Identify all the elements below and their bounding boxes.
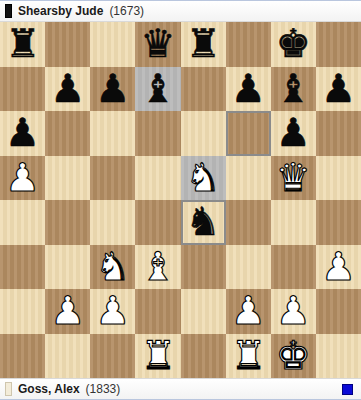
square-a5[interactable]: ♟ [0, 156, 45, 201]
piece-black-bishop[interactable]: ♝ [276, 67, 311, 111]
square-h3[interactable]: ♟ [316, 245, 361, 290]
piece-black-rook[interactable]: ♜ [186, 22, 221, 66]
square-g8[interactable]: ♚ [271, 22, 316, 67]
square-f3[interactable] [226, 245, 271, 290]
piece-white-bishop[interactable]: ♝ [140, 245, 175, 289]
square-a7[interactable] [0, 67, 45, 112]
square-e4[interactable]: ♞ [181, 200, 226, 245]
piece-white-queen[interactable]: ♛ [276, 156, 311, 200]
piece-black-rook[interactable]: ♜ [5, 22, 40, 66]
square-d8[interactable]: ♛ [135, 22, 180, 67]
square-c4[interactable] [90, 200, 135, 245]
piece-white-pawn[interactable]: ♟ [5, 156, 40, 200]
square-f6[interactable] [226, 111, 271, 156]
square-e1[interactable] [181, 334, 226, 379]
square-g3[interactable] [271, 245, 316, 290]
square-h7[interactable]: ♟ [316, 67, 361, 112]
square-e5[interactable]: ♞ [181, 156, 226, 201]
square-a2[interactable] [0, 289, 45, 334]
piece-white-knight[interactable]: ♞ [95, 245, 130, 289]
square-d3[interactable]: ♝ [135, 245, 180, 290]
piece-white-pawn[interactable]: ♟ [95, 289, 130, 333]
square-e8[interactable]: ♜ [181, 22, 226, 67]
move-turn-indicator-icon [342, 384, 353, 395]
black-player-rating: (1673) [109, 4, 144, 18]
piece-black-pawn[interactable]: ♟ [5, 111, 40, 155]
square-c7[interactable]: ♟ [90, 67, 135, 112]
square-d5[interactable] [135, 156, 180, 201]
square-c6[interactable] [90, 111, 135, 156]
chess-board[interactable]: ♜♛♜♚♟♟♝♟♝♟♟♟♟♞♛♞♞♝♟♟♟♟♟♜♜♚ [0, 22, 361, 378]
piece-black-knight[interactable]: ♞ [186, 200, 221, 244]
square-g2[interactable]: ♟ [271, 289, 316, 334]
piece-white-pawn[interactable]: ♟ [50, 289, 85, 333]
square-h6[interactable] [316, 111, 361, 156]
square-f7[interactable]: ♟ [226, 67, 271, 112]
white-player-color-icon [5, 382, 12, 396]
square-b3[interactable] [45, 245, 90, 290]
square-h8[interactable] [316, 22, 361, 67]
piece-white-king[interactable]: ♚ [276, 334, 311, 378]
piece-white-knight[interactable]: ♞ [186, 156, 221, 200]
square-b4[interactable] [45, 200, 90, 245]
square-b1[interactable] [45, 334, 90, 379]
square-a8[interactable]: ♜ [0, 22, 45, 67]
square-f2[interactable]: ♟ [226, 289, 271, 334]
white-player-rating: (1833) [86, 382, 121, 396]
piece-black-pawn[interactable]: ♟ [321, 67, 356, 111]
black-player-name: Shearsby Jude [18, 4, 103, 18]
square-d6[interactable] [135, 111, 180, 156]
square-c3[interactable]: ♞ [90, 245, 135, 290]
square-e6[interactable] [181, 111, 226, 156]
square-h2[interactable] [316, 289, 361, 334]
square-a4[interactable] [0, 200, 45, 245]
square-g6[interactable]: ♟ [271, 111, 316, 156]
piece-white-pawn[interactable]: ♟ [276, 289, 311, 333]
square-e2[interactable] [181, 289, 226, 334]
piece-black-pawn[interactable]: ♟ [231, 67, 266, 111]
white-player-name: Goss, Alex [18, 382, 80, 396]
piece-black-queen[interactable]: ♛ [140, 22, 175, 66]
square-b7[interactable]: ♟ [45, 67, 90, 112]
square-c1[interactable] [90, 334, 135, 379]
square-d1[interactable]: ♜ [135, 334, 180, 379]
square-a6[interactable]: ♟ [0, 111, 45, 156]
square-h4[interactable] [316, 200, 361, 245]
piece-black-pawn[interactable]: ♟ [95, 67, 130, 111]
square-b2[interactable]: ♟ [45, 289, 90, 334]
black-player-color-icon [5, 4, 12, 18]
square-c2[interactable]: ♟ [90, 289, 135, 334]
square-e7[interactable] [181, 67, 226, 112]
square-g4[interactable] [271, 200, 316, 245]
square-h5[interactable] [316, 156, 361, 201]
piece-black-pawn[interactable]: ♟ [276, 111, 311, 155]
square-c5[interactable] [90, 156, 135, 201]
square-b8[interactable] [45, 22, 90, 67]
piece-white-rook[interactable]: ♜ [140, 334, 175, 378]
piece-white-pawn[interactable]: ♟ [321, 245, 356, 289]
square-c8[interactable] [90, 22, 135, 67]
square-a3[interactable] [0, 245, 45, 290]
square-d2[interactable] [135, 289, 180, 334]
chess-app-window: Shearsby Jude (1673) ♜♛♜♚♟♟♝♟♝♟♟♟♟♞♛♞♞♝♟… [0, 0, 361, 400]
square-e3[interactable] [181, 245, 226, 290]
square-f5[interactable] [226, 156, 271, 201]
square-d4[interactable] [135, 200, 180, 245]
square-d7[interactable]: ♝ [135, 67, 180, 112]
square-f8[interactable] [226, 22, 271, 67]
square-f1[interactable]: ♜ [226, 334, 271, 379]
piece-white-rook[interactable]: ♜ [231, 334, 266, 378]
piece-black-pawn[interactable]: ♟ [50, 67, 85, 111]
square-g7[interactable]: ♝ [271, 67, 316, 112]
white-player-bar: Goss, Alex (1833) [0, 378, 361, 400]
piece-black-king[interactable]: ♚ [276, 22, 311, 66]
square-g1[interactable]: ♚ [271, 334, 316, 379]
square-g5[interactable]: ♛ [271, 156, 316, 201]
square-a1[interactable] [0, 334, 45, 379]
square-b5[interactable] [45, 156, 90, 201]
square-f4[interactable] [226, 200, 271, 245]
square-h1[interactable] [316, 334, 361, 379]
square-b6[interactable] [45, 111, 90, 156]
piece-white-pawn[interactable]: ♟ [231, 289, 266, 333]
black-player-bar: Shearsby Jude (1673) [0, 0, 361, 22]
piece-black-bishop[interactable]: ♝ [140, 67, 175, 111]
